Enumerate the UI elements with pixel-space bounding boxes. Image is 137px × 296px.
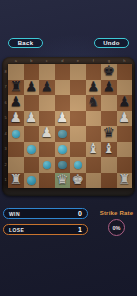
square-d8[interactable] [55, 64, 71, 80]
square-h3[interactable] [117, 142, 133, 158]
black-pawn-c7[interactable]: ♟ [39, 79, 55, 95]
file-label-d: d [55, 59, 71, 64]
square-g3[interactable]: ♝ [101, 142, 117, 158]
square-d3[interactable] [55, 142, 71, 158]
white-pawn-h5[interactable]: ♟ [117, 110, 133, 126]
square-b5[interactable]: ♟ [24, 111, 40, 127]
square-f6[interactable]: ♞ [86, 95, 102, 111]
win-counter: WIN 0 [3, 208, 88, 219]
square-c4[interactable]: ♟ [39, 126, 55, 142]
square-b3[interactable] [24, 142, 40, 158]
lose-label: LOSE [9, 227, 24, 233]
chess-board-frame: abcdefgh 87654321 ♚♜♟♟♟♟♟♞♟♟♟♟♟♟♛♝♝♜♛♚♜ [2, 57, 135, 196]
square-e5[interactable] [70, 111, 86, 127]
square-g1[interactable] [101, 173, 117, 189]
black-rook-a7[interactable]: ♜ [8, 79, 24, 95]
move-hint-dot-e2[interactable] [74, 161, 83, 170]
move-hint-dot-d3[interactable] [58, 145, 67, 154]
chess-board[interactable]: ♚♜♟♟♟♟♟♞♟♟♟♟♟♟♛♝♝♜♛♚♜ [8, 64, 132, 188]
white-bishop-g3[interactable]: ♝ [101, 141, 117, 157]
win-value: 0 [78, 210, 82, 217]
white-bishop-f3[interactable]: ♝ [86, 141, 102, 157]
square-e4[interactable] [70, 126, 86, 142]
black-pawn-b7[interactable]: ♟ [24, 79, 40, 95]
white-pawn-b5[interactable]: ♟ [24, 110, 40, 126]
black-pawn-a6[interactable]: ♟ [8, 94, 24, 110]
black-queen-g4[interactable]: ♛ [101, 125, 117, 141]
square-a3[interactable] [8, 142, 24, 158]
square-d5[interactable]: ♟ [55, 111, 71, 127]
lose-counter: LOSE 1 [3, 224, 88, 235]
square-c1[interactable] [39, 173, 55, 189]
chess-app-screen: Back Undo abcdefgh 87654321 ♚♜♟♟♟♟♟♞♟♟♟♟… [0, 0, 137, 296]
win-label: WIN [9, 211, 20, 217]
black-pawn-g7[interactable]: ♟ [101, 79, 117, 95]
undo-button[interactable]: Undo [94, 38, 129, 48]
square-b2[interactable] [24, 157, 40, 173]
move-hint-dot-a4[interactable] [12, 130, 21, 139]
square-c6[interactable] [39, 95, 55, 111]
white-pawn-d5[interactable]: ♟ [55, 110, 71, 126]
black-king-g8[interactable]: ♚ [101, 63, 117, 79]
square-g6[interactable] [101, 95, 117, 111]
black-pawn-h6[interactable]: ♟ [117, 94, 133, 110]
white-pawn-a5[interactable]: ♟ [8, 110, 24, 126]
square-f1[interactable] [86, 173, 102, 189]
square-e7[interactable] [70, 80, 86, 96]
move-hint-dot-b3[interactable] [27, 145, 36, 154]
move-hint-dot-d4[interactable] [58, 130, 67, 139]
file-label-f: f [86, 59, 102, 64]
black-pawn-f7[interactable]: ♟ [86, 79, 102, 95]
square-d1[interactable]: ♛ [55, 173, 71, 189]
square-h1[interactable]: ♜ [117, 173, 133, 189]
move-hint-dot-d2[interactable] [58, 161, 67, 170]
file-label-c: c [39, 59, 55, 64]
square-f5[interactable] [86, 111, 102, 127]
square-f2[interactable] [86, 157, 102, 173]
strike-rate-value: 0% [113, 225, 121, 231]
square-h8[interactable] [117, 64, 133, 80]
square-d4[interactable] [55, 126, 71, 142]
square-h5[interactable]: ♟ [117, 111, 133, 127]
square-e3[interactable] [70, 142, 86, 158]
move-hint-dot-b1[interactable] [27, 176, 36, 185]
file-label-e: e [70, 59, 86, 64]
white-king-e1[interactable]: ♚ [70, 172, 86, 188]
square-a4[interactable] [8, 126, 24, 142]
white-pawn-c4[interactable]: ♟ [39, 125, 55, 141]
square-e8[interactable] [70, 64, 86, 80]
square-c2[interactable] [39, 157, 55, 173]
square-b7[interactable]: ♟ [24, 80, 40, 96]
square-c3[interactable] [39, 142, 55, 158]
back-button[interactable]: Back [8, 38, 43, 48]
strike-rate-label: Strike Rate [96, 210, 137, 216]
square-b4[interactable] [24, 126, 40, 142]
file-label-h: h [117, 59, 133, 64]
strike-rate-badge: 0% [108, 219, 125, 236]
lose-value: 1 [78, 226, 82, 233]
file-label-a: a [8, 59, 24, 64]
white-rook-a1[interactable]: ♜ [8, 172, 24, 188]
white-queen-d1[interactable]: ♛ [55, 172, 71, 188]
square-g2[interactable] [101, 157, 117, 173]
square-f3[interactable]: ♝ [86, 142, 102, 158]
square-c7[interactable]: ♟ [39, 80, 55, 96]
square-g7[interactable]: ♟ [101, 80, 117, 96]
square-e1[interactable]: ♚ [70, 173, 86, 189]
move-hint-dot-c2[interactable] [43, 161, 52, 170]
square-e6[interactable] [70, 95, 86, 111]
square-a1[interactable]: ♜ [8, 173, 24, 189]
white-rook-h1[interactable]: ♜ [117, 172, 133, 188]
square-d7[interactable] [55, 80, 71, 96]
square-b1[interactable] [24, 173, 40, 189]
square-h4[interactable] [117, 126, 133, 142]
black-knight-f6[interactable]: ♞ [86, 94, 102, 110]
square-a5[interactable]: ♟ [8, 111, 24, 127]
file-label-b: b [24, 59, 40, 64]
